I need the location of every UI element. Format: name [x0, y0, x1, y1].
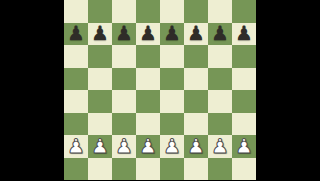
square-b7[interactable]: ♟ [88, 23, 112, 46]
square-b5[interactable] [88, 68, 112, 91]
square-c2[interactable]: ♟ [112, 135, 136, 158]
square-h5[interactable] [232, 68, 256, 91]
square-g3[interactable] [208, 113, 232, 136]
square-f3[interactable] [184, 113, 208, 136]
square-e5[interactable] [160, 68, 184, 91]
square-e6[interactable] [160, 45, 184, 68]
square-a3[interactable] [64, 113, 88, 136]
square-f1[interactable] [184, 158, 208, 181]
square-a4[interactable] [64, 90, 88, 113]
square-h6[interactable] [232, 45, 256, 68]
square-d2[interactable]: ♟ [136, 135, 160, 158]
square-g6[interactable] [208, 45, 232, 68]
square-h2[interactable]: ♟ [232, 135, 256, 158]
white-pawn[interactable]: ♟ [235, 136, 253, 157]
square-f8[interactable] [184, 0, 208, 23]
square-a2[interactable]: ♟ [64, 135, 88, 158]
square-e2[interactable]: ♟ [160, 135, 184, 158]
square-g7[interactable]: ♟ [208, 23, 232, 46]
white-pawn[interactable]: ♟ [67, 136, 85, 157]
square-c5[interactable] [112, 68, 136, 91]
white-pawn[interactable]: ♟ [139, 136, 157, 157]
square-b3[interactable] [88, 113, 112, 136]
square-c7[interactable]: ♟ [112, 23, 136, 46]
black-pawn[interactable]: ♟ [211, 23, 229, 44]
white-pawn[interactable]: ♟ [163, 136, 181, 157]
square-d4[interactable] [136, 90, 160, 113]
square-c1[interactable] [112, 158, 136, 181]
white-pawn[interactable]: ♟ [91, 136, 109, 157]
white-pawn[interactable]: ♟ [211, 136, 229, 157]
square-a7[interactable]: ♟ [64, 23, 88, 46]
letterbox-left [0, 0, 64, 180]
square-a5[interactable] [64, 68, 88, 91]
black-pawn[interactable]: ♟ [163, 23, 181, 44]
black-pawn[interactable]: ♟ [67, 23, 85, 44]
white-pawn[interactable]: ♟ [115, 136, 133, 157]
square-b4[interactable] [88, 90, 112, 113]
square-e8[interactable] [160, 0, 184, 23]
square-e7[interactable]: ♟ [160, 23, 184, 46]
square-f6[interactable] [184, 45, 208, 68]
black-pawn[interactable]: ♟ [91, 23, 109, 44]
square-b1[interactable] [88, 158, 112, 181]
letterbox-right [256, 0, 320, 180]
square-a1[interactable] [64, 158, 88, 181]
square-h8[interactable] [232, 0, 256, 23]
square-a6[interactable] [64, 45, 88, 68]
square-c4[interactable] [112, 90, 136, 113]
square-e3[interactable] [160, 113, 184, 136]
square-d5[interactable] [136, 68, 160, 91]
square-d8[interactable] [136, 0, 160, 23]
square-g1[interactable] [208, 158, 232, 181]
black-pawn[interactable]: ♟ [139, 23, 157, 44]
square-f2[interactable]: ♟ [184, 135, 208, 158]
square-a8[interactable] [64, 0, 88, 23]
square-f5[interactable] [184, 68, 208, 91]
square-g5[interactable] [208, 68, 232, 91]
square-d6[interactable] [136, 45, 160, 68]
square-d3[interactable] [136, 113, 160, 136]
square-h4[interactable] [232, 90, 256, 113]
square-g8[interactable] [208, 0, 232, 23]
black-pawn[interactable]: ♟ [235, 23, 253, 44]
square-h1[interactable] [232, 158, 256, 181]
square-h7[interactable]: ♟ [232, 23, 256, 46]
square-e4[interactable] [160, 90, 184, 113]
square-d7[interactable]: ♟ [136, 23, 160, 46]
square-f4[interactable] [184, 90, 208, 113]
square-c3[interactable] [112, 113, 136, 136]
square-c8[interactable] [112, 0, 136, 23]
square-h3[interactable] [232, 113, 256, 136]
chess-board[interactable]: ♟♟♟♟♟♟♟♟♟♟♟♟♟♟♟♟ [64, 0, 256, 180]
square-e1[interactable] [160, 158, 184, 181]
black-pawn[interactable]: ♟ [115, 23, 133, 44]
square-g2[interactable]: ♟ [208, 135, 232, 158]
square-b8[interactable] [88, 0, 112, 23]
square-b6[interactable] [88, 45, 112, 68]
square-f7[interactable]: ♟ [184, 23, 208, 46]
white-pawn[interactable]: ♟ [187, 136, 205, 157]
screenshot: ♟♟♟♟♟♟♟♟♟♟♟♟♟♟♟♟ [0, 0, 320, 180]
square-b2[interactable]: ♟ [88, 135, 112, 158]
square-g4[interactable] [208, 90, 232, 113]
black-pawn[interactable]: ♟ [187, 23, 205, 44]
square-c6[interactable] [112, 45, 136, 68]
square-d1[interactable] [136, 158, 160, 181]
